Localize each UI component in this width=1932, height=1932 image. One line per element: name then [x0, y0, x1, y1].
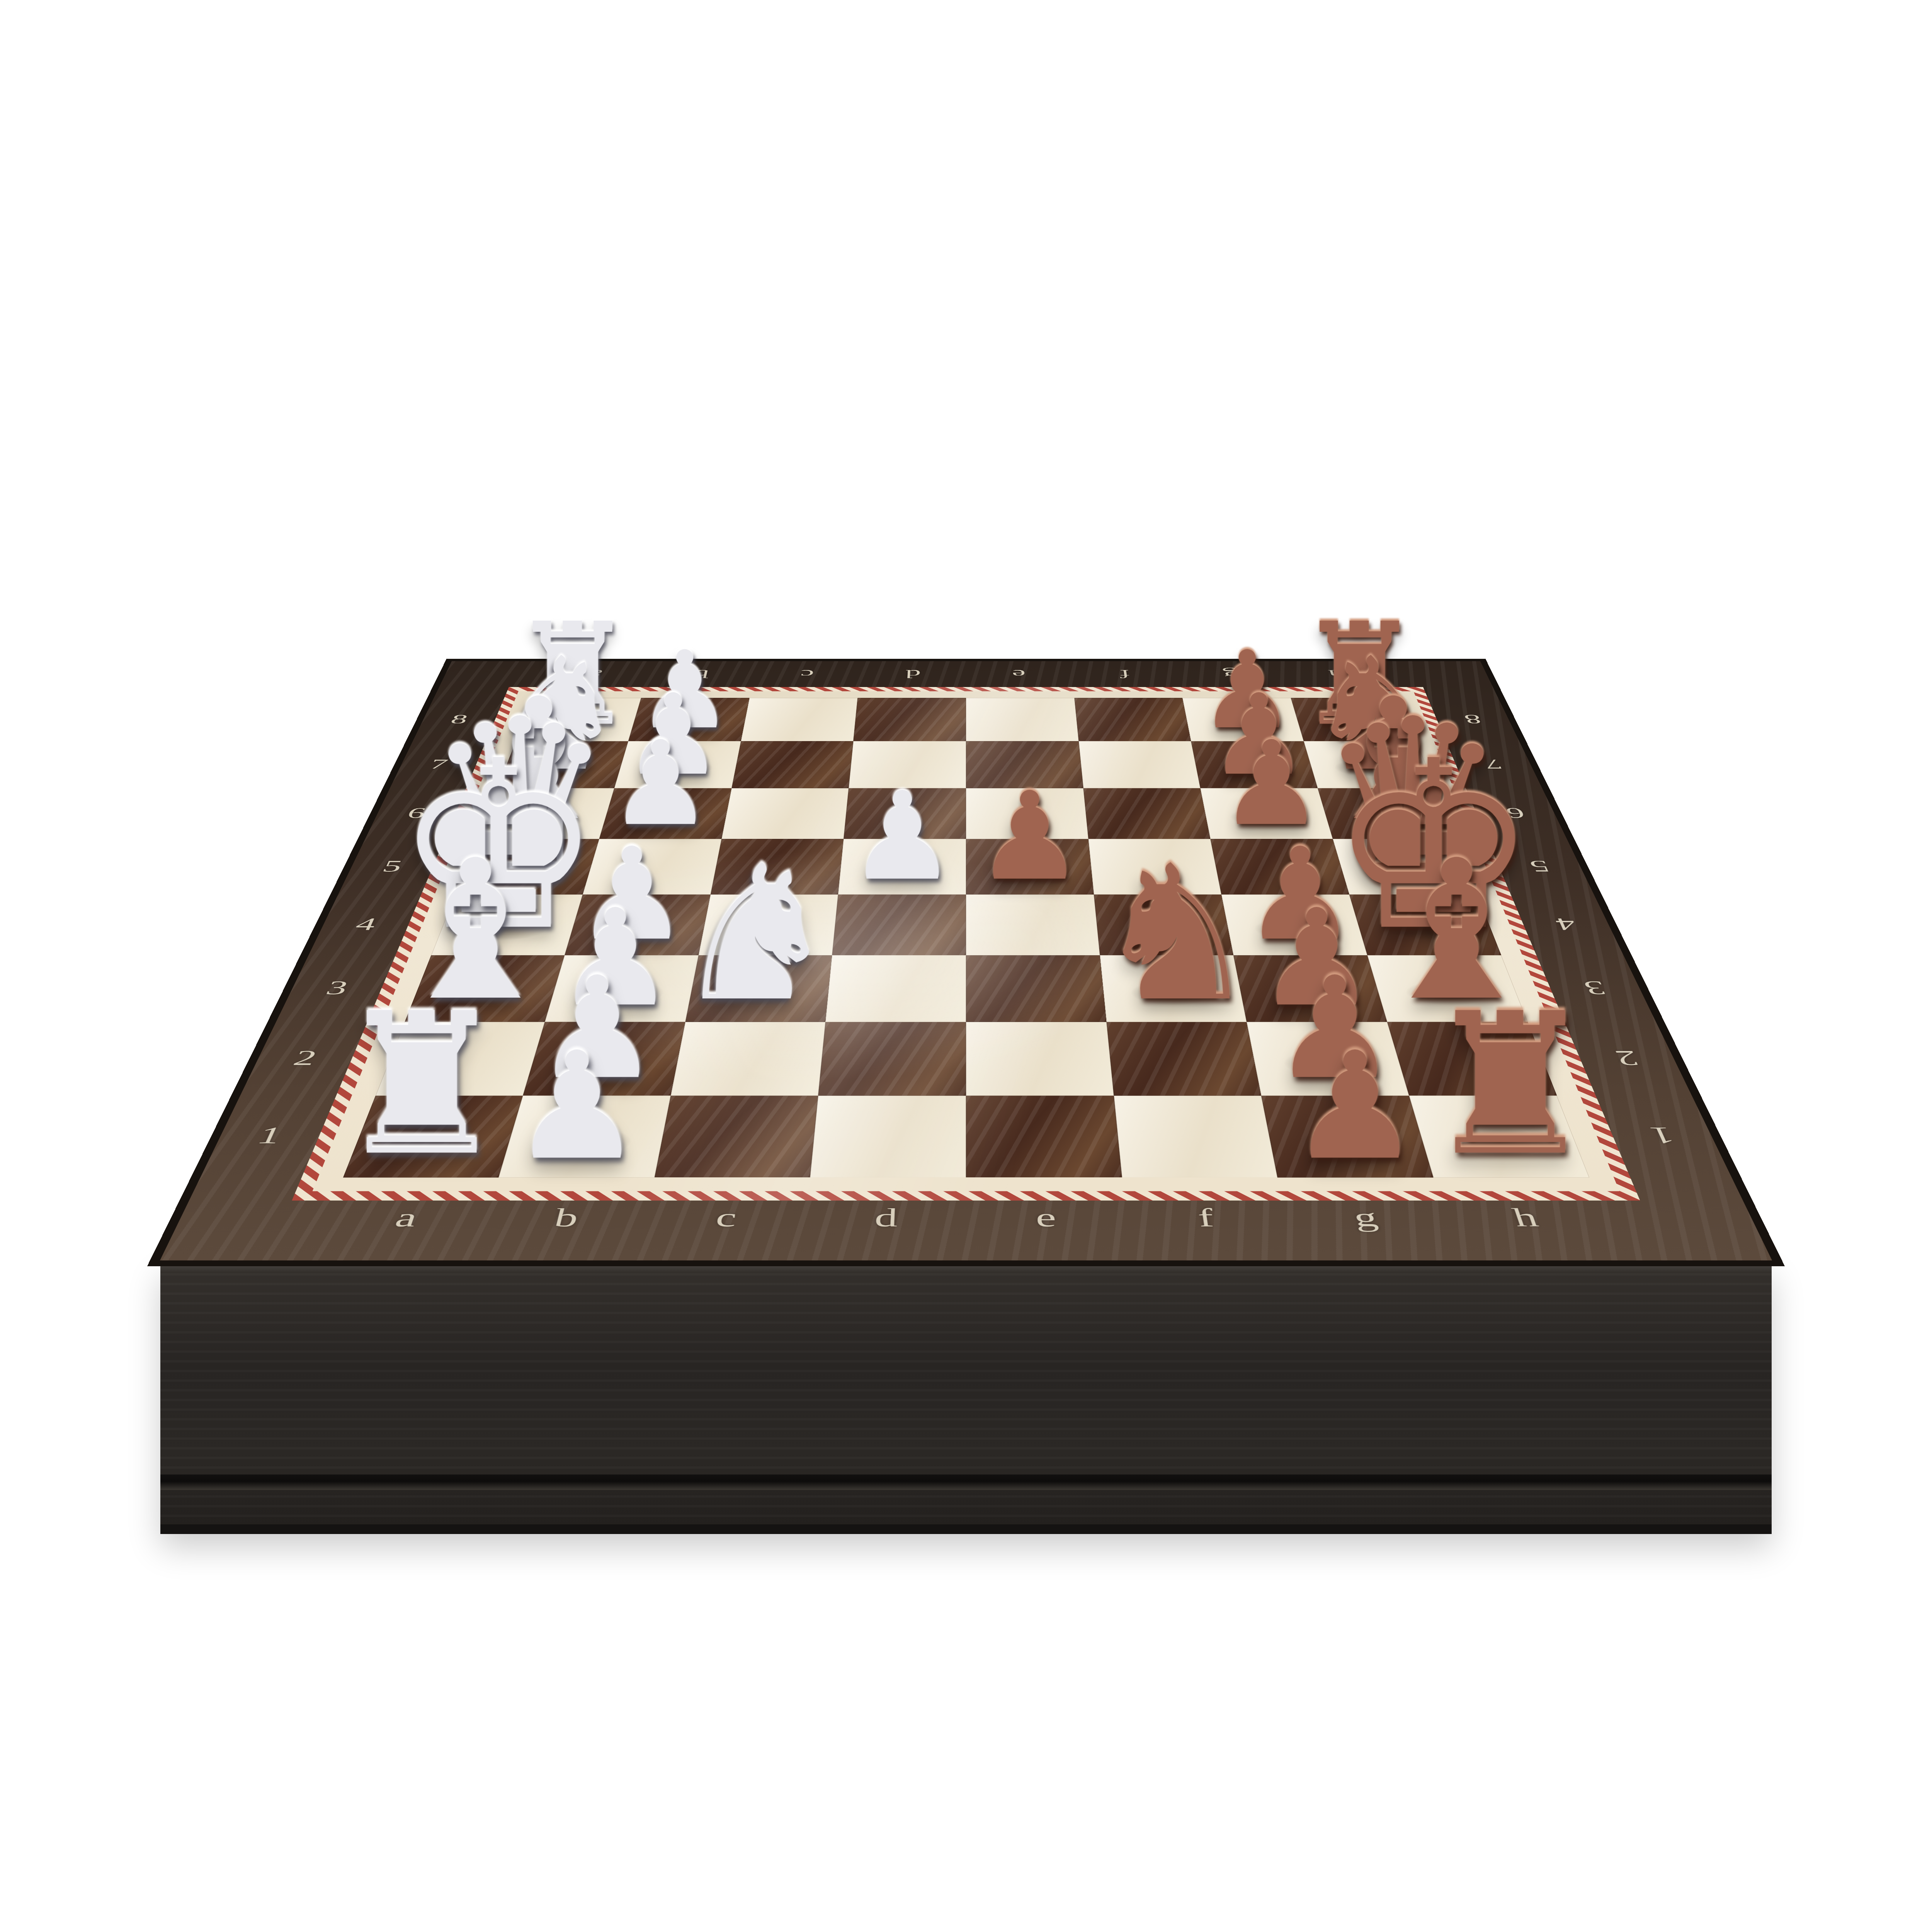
square-c8	[741, 698, 857, 741]
file-label-front-d: d	[874, 1204, 898, 1230]
product-photo-scene: ♜♟♟♜♞♟♟♞♝♟♟♝♛♟♟♛♚♟♟♚♝♟♞♞♟♝♟♟♜♟♟♜ aabbccd…	[0, 0, 1932, 1932]
chess-board: ♜♟♟♜♞♟♟♞♝♟♟♝♛♟♟♛♚♟♟♚♝♟♞♞♟♝♟♟♜♟♟♜ aabbccd…	[160, 661, 1772, 1260]
file-label-front-g: g	[1351, 1204, 1380, 1230]
square-f8	[1074, 698, 1191, 741]
square-e4	[966, 895, 1100, 955]
square-d1	[810, 1096, 966, 1178]
file-label-front-a: a	[392, 1204, 422, 1230]
file-label-front-e: e	[1035, 1204, 1057, 1230]
square-e3	[966, 955, 1106, 1022]
piece-copper-knight-f3: ♞	[1093, 848, 1260, 1020]
rank-label-right-2: 2	[1612, 1048, 1642, 1069]
square-d4	[832, 895, 966, 955]
square-g1: ♟	[1261, 1096, 1433, 1178]
square-f3: ♞	[1100, 955, 1247, 1022]
square-d3	[826, 955, 966, 1022]
square-a1: ♜	[343, 1096, 523, 1178]
rank-label-right-4: 4	[1553, 915, 1579, 933]
piece-copper-rook-h1: ♜	[1423, 995, 1598, 1175]
square-d8	[854, 698, 966, 741]
file-label-back-d: d	[905, 668, 921, 680]
file-label-front-b: b	[552, 1204, 581, 1230]
piece-copper-pawn-e5: ♟	[975, 781, 1084, 893]
square-e8	[966, 698, 1078, 741]
rank-label-left-2: 2	[290, 1048, 320, 1069]
square-e5: ♟	[966, 839, 1094, 895]
piece-silver-pawn-b1: ♟	[511, 1039, 644, 1175]
rank-label-left-1: 1	[254, 1124, 286, 1147]
file-label-back-e: e	[1012, 668, 1026, 680]
square-c3: ♞	[685, 955, 832, 1022]
square-c2	[671, 1022, 826, 1096]
square-f1	[1114, 1096, 1277, 1178]
file-label-back-f: f	[1119, 668, 1131, 680]
square-f2	[1106, 1022, 1261, 1096]
rank-label-right-1: 1	[1646, 1124, 1678, 1147]
square-d2	[818, 1022, 966, 1096]
piece-silver-pawn-d5: ♟	[848, 781, 957, 893]
box-bottom-edge	[160, 1524, 1772, 1534]
square-f7	[1078, 741, 1200, 788]
piece-silver-rook-a1: ♜	[334, 995, 509, 1175]
square-d5: ♟	[838, 839, 966, 895]
square-h1: ♜	[1409, 1096, 1589, 1178]
board-grid: ♜♟♟♜♞♟♟♞♝♟♟♝♛♟♟♛♚♟♟♚♝♟♞♞♟♝♟♟♜♟♟♜	[343, 698, 1589, 1177]
rank-label-left-4: 4	[353, 915, 379, 933]
piece-copper-pawn-g1: ♟	[1288, 1039, 1421, 1175]
square-c7	[731, 741, 853, 788]
piece-silver-knight-c3: ♞	[672, 848, 839, 1020]
file-label-front-c: c	[714, 1204, 738, 1230]
square-c1	[655, 1096, 818, 1178]
file-label-back-c: c	[799, 668, 815, 680]
wooden-box	[160, 1264, 1772, 1534]
box-lid-seam	[160, 1475, 1772, 1490]
square-e2	[966, 1022, 1114, 1096]
square-e1	[966, 1096, 1122, 1178]
file-label-front-f: f	[1196, 1204, 1216, 1230]
file-label-front-h: h	[1509, 1204, 1541, 1230]
square-b1: ♟	[499, 1096, 671, 1178]
